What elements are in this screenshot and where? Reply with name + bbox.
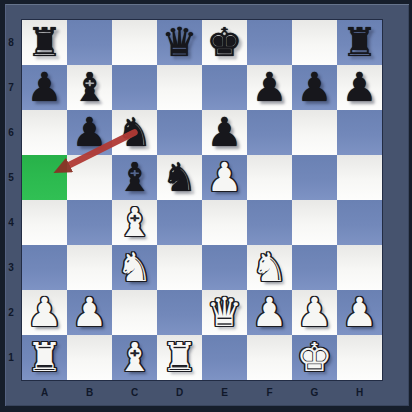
square-c6[interactable]: ♞ (112, 110, 157, 155)
piece-black-knight-d5[interactable]: ♞ (162, 155, 198, 200)
square-b6[interactable]: ♟ (67, 110, 112, 155)
piece-black-bishop-b7[interactable]: ♝ (72, 65, 108, 110)
square-c7[interactable] (112, 65, 157, 110)
square-e7[interactable] (202, 65, 247, 110)
square-e3[interactable] (202, 245, 247, 290)
square-h6[interactable] (337, 110, 382, 155)
file-label-D: D (157, 382, 202, 403)
square-c8[interactable] (112, 20, 157, 65)
piece-black-king-e8[interactable]: ♚ (207, 20, 243, 65)
square-g4[interactable] (292, 200, 337, 245)
square-c3[interactable]: ♞ (112, 245, 157, 290)
square-f6[interactable] (247, 110, 292, 155)
piece-white-pawn-b2[interactable]: ♟ (72, 290, 108, 335)
square-c2[interactable] (112, 290, 157, 335)
rank-label-8: 8 (0, 20, 22, 65)
square-g3[interactable] (292, 245, 337, 290)
rank-label-3: 3 (0, 245, 22, 290)
square-a6[interactable] (22, 110, 67, 155)
square-g1[interactable]: ♚ (292, 335, 337, 380)
piece-white-knight-c3[interactable]: ♞ (117, 245, 153, 290)
rank-label-2: 2 (0, 290, 22, 335)
file-label-F: F (247, 382, 292, 403)
square-b8[interactable] (67, 20, 112, 65)
piece-black-pawn-h7[interactable]: ♟ (342, 65, 378, 110)
square-a4[interactable] (22, 200, 67, 245)
piece-white-bishop-c4[interactable]: ♝ (117, 200, 153, 245)
rank-label-6: 6 (0, 110, 22, 155)
file-label-B: B (67, 382, 112, 403)
square-d3[interactable] (157, 245, 202, 290)
square-h2[interactable]: ♟ (337, 290, 382, 335)
file-label-E: E (202, 382, 247, 403)
square-b3[interactable] (67, 245, 112, 290)
square-a3[interactable] (22, 245, 67, 290)
square-a2[interactable]: ♟ (22, 290, 67, 335)
square-g5[interactable] (292, 155, 337, 200)
square-g2[interactable]: ♟ (292, 290, 337, 335)
square-d6[interactable] (157, 110, 202, 155)
square-e4[interactable] (202, 200, 247, 245)
square-g6[interactable] (292, 110, 337, 155)
piece-black-pawn-b6[interactable]: ♟ (72, 110, 108, 155)
square-f8[interactable] (247, 20, 292, 65)
square-g7[interactable]: ♟ (292, 65, 337, 110)
piece-black-pawn-e6[interactable]: ♟ (207, 110, 243, 155)
piece-black-rook-h8[interactable]: ♜ (342, 20, 378, 65)
piece-black-bishop-c5[interactable]: ♝ (117, 155, 153, 200)
file-label-C: C (112, 382, 157, 403)
square-d7[interactable] (157, 65, 202, 110)
file-label-A: A (22, 382, 67, 403)
piece-white-knight-f3[interactable]: ♞ (252, 245, 288, 290)
rank-label-7: 7 (0, 65, 22, 110)
square-h4[interactable] (337, 200, 382, 245)
piece-white-bishop-c1[interactable]: ♝ (117, 335, 153, 380)
file-label-H: H (337, 382, 382, 403)
piece-white-pawn-e5[interactable]: ♟ (207, 155, 243, 200)
square-d8[interactable]: ♛ (157, 20, 202, 65)
square-f7[interactable]: ♟ (247, 65, 292, 110)
square-c5[interactable]: ♝ (112, 155, 157, 200)
piece-black-pawn-g7[interactable]: ♟ (297, 65, 333, 110)
square-c1[interactable]: ♝ (112, 335, 157, 380)
chessboard-window: ♜♛♚♜♟♝♟♟♟♟♞♟♝♞♟♝♞♞♟♟♛♟♟♟♜♝♜♚ 87654321ABC… (0, 0, 412, 412)
square-e1[interactable] (202, 335, 247, 380)
piece-black-queen-d8[interactable]: ♛ (162, 20, 198, 65)
square-h5[interactable] (337, 155, 382, 200)
square-d4[interactable] (157, 200, 202, 245)
square-a7[interactable]: ♟ (22, 65, 67, 110)
square-f1[interactable] (247, 335, 292, 380)
piece-white-rook-d1[interactable]: ♜ (162, 335, 198, 380)
square-a8[interactable]: ♜ (22, 20, 67, 65)
square-b4[interactable] (67, 200, 112, 245)
square-e5[interactable]: ♟ (202, 155, 247, 200)
file-label-G: G (292, 382, 337, 403)
piece-black-knight-c6[interactable]: ♞ (117, 110, 153, 155)
square-d2[interactable] (157, 290, 202, 335)
square-c4[interactable]: ♝ (112, 200, 157, 245)
square-d1[interactable]: ♜ (157, 335, 202, 380)
square-a5[interactable] (22, 155, 67, 200)
square-e2[interactable]: ♛ (202, 290, 247, 335)
square-g8[interactable] (292, 20, 337, 65)
rank-label-4: 4 (0, 200, 22, 245)
piece-white-queen-e2[interactable]: ♛ (207, 290, 243, 335)
square-b7[interactable]: ♝ (67, 65, 112, 110)
square-e6[interactable]: ♟ (202, 110, 247, 155)
square-b5[interactable] (67, 155, 112, 200)
rank-label-1: 1 (0, 335, 22, 380)
piece-white-rook-a1[interactable]: ♜ (27, 335, 63, 380)
piece-black-pawn-a7[interactable]: ♟ (27, 65, 63, 110)
square-h7[interactable]: ♟ (337, 65, 382, 110)
square-h8[interactable]: ♜ (337, 20, 382, 65)
piece-white-pawn-a2[interactable]: ♟ (27, 290, 63, 335)
square-f4[interactable] (247, 200, 292, 245)
square-f2[interactable]: ♟ (247, 290, 292, 335)
piece-black-rook-a8[interactable]: ♜ (27, 20, 63, 65)
piece-white-pawn-f2[interactable]: ♟ (252, 290, 288, 335)
piece-black-pawn-f7[interactable]: ♟ (252, 65, 288, 110)
piece-white-pawn-g2[interactable]: ♟ (297, 290, 333, 335)
square-f5[interactable] (247, 155, 292, 200)
square-e8[interactable]: ♚ (202, 20, 247, 65)
rank-label-5: 5 (0, 155, 22, 200)
square-b1[interactable] (67, 335, 112, 380)
square-b2[interactable]: ♟ (67, 290, 112, 335)
square-d5[interactable]: ♞ (157, 155, 202, 200)
chess-board: ♜♛♚♜♟♝♟♟♟♟♞♟♝♞♟♝♞♞♟♟♛♟♟♟♜♝♜♚ (22, 20, 382, 380)
square-a1[interactable]: ♜ (22, 335, 67, 380)
square-f3[interactable]: ♞ (247, 245, 292, 290)
square-h1[interactable] (337, 335, 382, 380)
piece-white-king-g1[interactable]: ♚ (297, 335, 333, 380)
piece-white-pawn-h2[interactable]: ♟ (342, 290, 378, 335)
square-h3[interactable] (337, 245, 382, 290)
